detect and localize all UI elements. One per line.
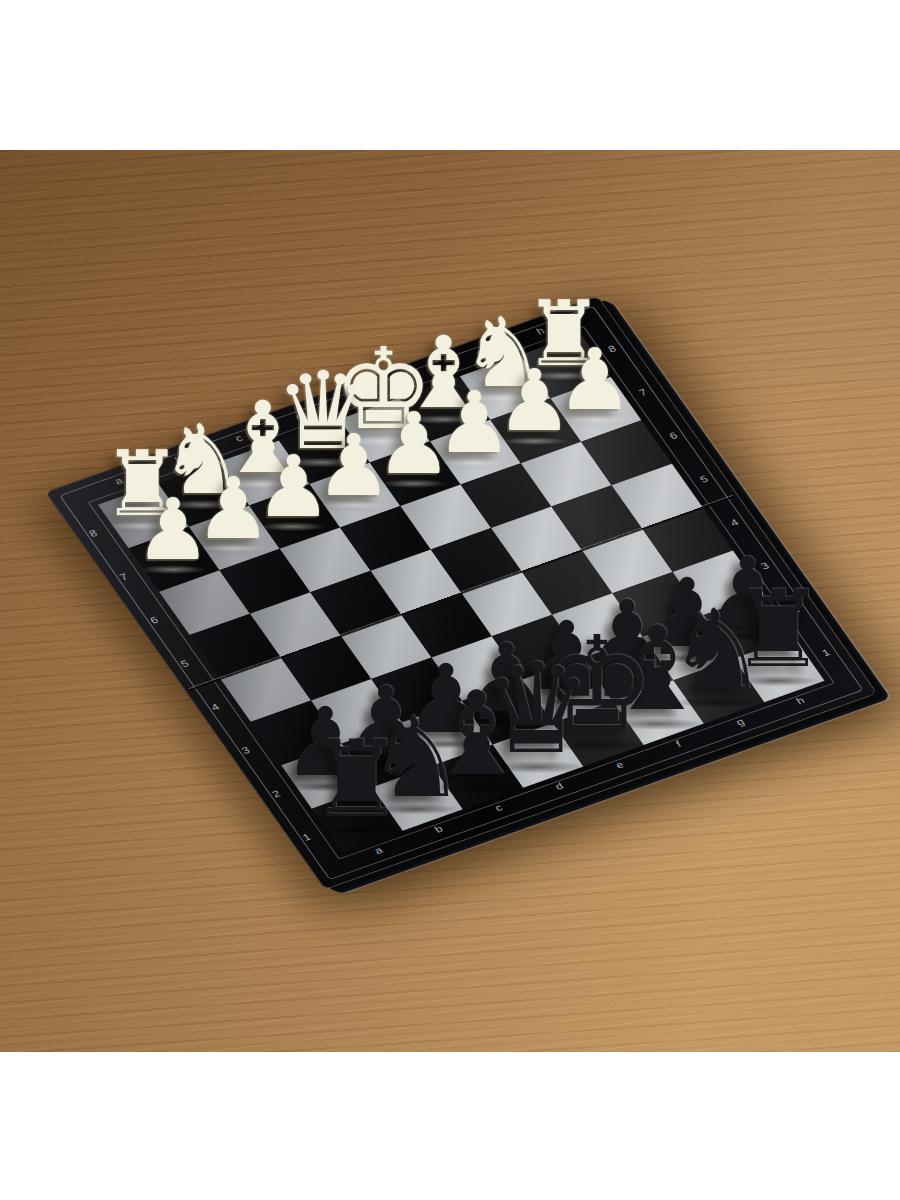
board-scene: aa88bb77cc66dd55ee44ff33gg22hh11 ♜♞♝♛♚♝♞… — [0, 0, 900, 1200]
chess-board: aa88bb77cc66dd55ee44ff33gg22hh11 — [45, 296, 878, 890]
chess-set-photo: aa88bb77cc66dd55ee44ff33gg22hh11 ♜♞♝♛♚♝♞… — [0, 0, 900, 1200]
